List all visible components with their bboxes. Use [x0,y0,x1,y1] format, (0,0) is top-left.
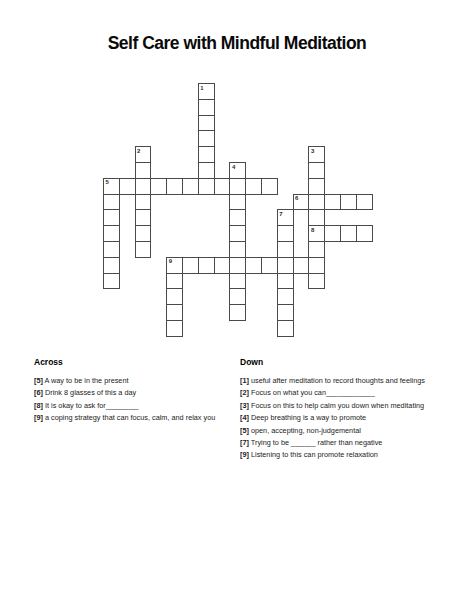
crossword-page: Self Care with Mindful Meditation 123456… [0,0,474,613]
grid-cell-r12c4[interactable] [166,273,183,290]
grid-cell-r10c13[interactable] [308,241,325,258]
clue-item-4: [4] Deep breathing is a way to promote [240,412,472,424]
grid-cell-r9c14[interactable] [324,225,341,242]
clue-number: [4] [240,413,249,422]
clue-number: [1] [240,376,249,385]
grid-cell-r11c6[interactable] [198,257,215,274]
clue-text: open, accepting, non-judgemental [249,426,361,435]
grid-cell-r4c13[interactable]: 3 [308,146,325,163]
grid-cell-r6c13[interactable] [308,178,325,195]
grid-cell-r7c14[interactable] [324,194,341,211]
grid-cell-r10c11[interactable] [277,241,294,258]
clue-number: [3] [240,401,249,410]
grid-cell-r9c8[interactable] [229,225,246,242]
grid-cell-r6c8[interactable] [229,178,246,195]
clue-item-2: [2] Focus on what you can____________ [240,387,472,399]
clue-number: [7] [240,438,249,447]
down-clue-list: [1] useful after meditation to record th… [240,375,472,462]
clue-item-7: [7] Trying to be ______ rather than nega… [240,437,472,449]
clue-item-9: [9] a coping strategy that can focus, ca… [34,412,236,424]
across-clues-section: Across [5] A way to be in the present[6]… [34,357,236,425]
grid-cell-r11c9[interactable] [245,257,262,274]
grid-cell-r9c13[interactable]: 8 [308,225,325,242]
grid-cell-r6c7[interactable] [214,178,231,195]
grid-cell-r7c13[interactable] [308,194,325,211]
cell-number-2: 2 [137,148,140,155]
clue-text: a coping strategy that can focus, calm, … [43,413,215,422]
grid-cell-r14c8[interactable] [229,304,246,321]
grid-cell-r7c15[interactable] [340,194,357,211]
clue-text: A way to be in the present [43,376,129,385]
clue-number: [9] [34,413,43,422]
grid-cell-r12c13[interactable] [308,273,325,290]
grid-cell-r4c6[interactable] [198,146,215,163]
clue-item-1: [1] useful after meditation to record th… [240,375,472,387]
grid-cell-r11c8[interactable] [229,257,246,274]
grid-cell-r10c2[interactable] [135,241,152,258]
clue-text: Focus on this to help calm you down when… [249,401,424,410]
cell-number-9: 9 [169,258,172,265]
cell-number-6: 6 [295,195,298,202]
clue-item-8: [8] It is okay to ask for________ [34,400,236,412]
grid-cell-r5c2[interactable] [135,162,152,179]
grid-cell-r13c11[interactable] [277,288,294,305]
grid-cell-r3c6[interactable] [198,130,215,147]
grid-cell-r8c13[interactable] [308,209,325,226]
grid-cell-r9c11[interactable] [277,225,294,242]
cell-number-1: 1 [200,85,203,92]
across-header: Across [34,357,236,368]
grid-cell-r11c10[interactable] [261,257,278,274]
grid-cell-r11c11[interactable] [277,257,294,274]
cell-number-7: 7 [279,211,282,218]
across-clue-list: [5] A way to be in the present[6] Drink … [34,375,236,425]
grid-cell-r6c1[interactable] [119,178,136,195]
grid-cell-r13c4[interactable] [166,288,183,305]
clue-item-5: [5] open, accepting, non-judgemental [240,425,472,437]
grid-cell-r14c4[interactable] [166,304,183,321]
grid-cell-r8c11[interactable]: 7 [277,209,294,226]
grid-cell-r5c8[interactable]: 4 [229,162,246,179]
clue-number: [9] [240,450,249,459]
clue-number: [2] [240,388,249,397]
grid-cell-r11c7[interactable] [214,257,231,274]
grid-cell-r9c15[interactable] [340,225,357,242]
cell-number-8: 8 [311,227,314,234]
grid-cell-r13c8[interactable] [229,288,246,305]
clue-item-5: [5] A way to be in the present [34,375,236,387]
clue-number: [5] [240,426,249,435]
grid-cell-r9c2[interactable] [135,225,152,242]
grid-cell-r8c2[interactable] [135,209,152,226]
grid-cell-r6c9[interactable] [245,178,262,195]
grid-cell-r5c13[interactable] [308,162,325,179]
grid-cell-r11c0[interactable] [103,257,120,274]
grid-cell-r6c10[interactable] [261,178,278,195]
grid-cell-r5c6[interactable] [198,162,215,179]
grid-cell-r12c0[interactable] [103,273,120,290]
clue-text: useful after meditation to record though… [249,376,425,385]
down-clues-section: Down [1] useful after meditation to reco… [240,357,472,462]
clue-number: [8] [34,401,43,410]
grid-cell-r1c6[interactable] [198,99,215,116]
grid-cell-r6c3[interactable] [150,178,167,195]
grid-cell-r9c0[interactable] [103,225,120,242]
clue-item-9: [9] Listening to this can promote relaxa… [240,449,472,461]
clue-text: It is okay to ask for________ [43,401,138,410]
clue-text: Trying to be ______ rather than negative [249,438,382,447]
grid-cell-r10c8[interactable] [229,241,246,258]
down-header: Down [240,357,472,368]
grid-cell-r10c0[interactable] [103,241,120,258]
clue-text: Listening to this can promote relaxation [249,450,378,459]
grid-cell-r7c16[interactable] [356,194,373,211]
clue-item-6: [6] Drink 8 glasses of this a day [34,387,236,399]
grid-cell-r6c5[interactable] [182,178,199,195]
grid-cell-r11c13[interactable] [308,257,325,274]
cell-number-5: 5 [106,179,109,186]
grid-cell-r12c8[interactable] [229,273,246,290]
grid-cell-r7c12[interactable]: 6 [293,194,310,211]
grid-cell-r7c8[interactable] [229,194,246,211]
grid-cell-r6c2[interactable] [135,178,152,195]
grid-cell-r11c4[interactable]: 9 [166,257,183,274]
clue-number: [5] [34,376,43,385]
grid-cell-r4c2[interactable]: 2 [135,146,152,163]
grid-cell-r15c4[interactable] [166,320,183,337]
grid-cell-r9c16[interactable] [356,225,373,242]
grid-cell-r7c0[interactable] [103,194,120,211]
grid-cell-r2c6[interactable] [198,115,215,132]
grid-cell-r0c6[interactable]: 1 [198,83,215,100]
grid-cell-r8c0[interactable] [103,209,120,226]
grid-cell-r15c11[interactable] [277,320,294,337]
clue-number: [6] [34,388,43,397]
grid-cell-r6c6[interactable] [198,178,215,195]
grid-cell-r7c2[interactable] [135,194,152,211]
cell-number-4: 4 [232,164,235,171]
grid-cell-r12c11[interactable] [277,273,294,290]
crossword-grid: 123456789 [103,83,373,337]
grid-cell-r14c11[interactable] [277,304,294,321]
grid-cell-r11c5[interactable] [182,257,199,274]
grid-cell-r8c8[interactable] [229,209,246,226]
cell-number-3: 3 [311,148,314,155]
grid-cell-r6c4[interactable] [166,178,183,195]
page-title: Self Care with Mindful Meditation [0,33,474,54]
clue-text: Deep breathing is a way to promote [249,413,366,422]
clue-text: Drink 8 glasses of this a day [43,388,136,397]
grid-cell-r6c0[interactable]: 5 [103,178,120,195]
clue-item-3: [3] Focus on this to help calm you down … [240,400,472,412]
grid-cell-r11c12[interactable] [293,257,310,274]
clue-text: Focus on what you can____________ [249,388,375,397]
